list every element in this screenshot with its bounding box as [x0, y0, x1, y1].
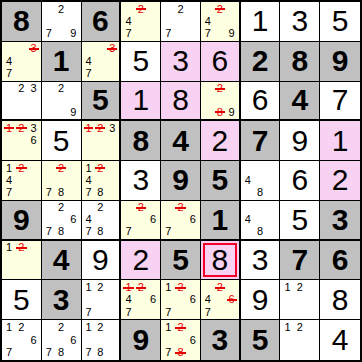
empty-mark-slot — [28, 162, 40, 174]
pencil-mark: 2 — [294, 281, 306, 293]
cell-r8c1[interactable]: 5 — [2, 280, 42, 320]
pencil-mark: 3 — [28, 122, 40, 134]
empty-mark-slot — [94, 306, 106, 318]
pencil-mark: 7 — [43, 28, 55, 40]
empty-mark-slot — [174, 15, 186, 27]
empty-mark-slot — [226, 94, 238, 106]
empty-mark-slot — [106, 135, 118, 147]
empty-mark-slot — [83, 294, 95, 306]
empty-mark-slot — [147, 226, 159, 238]
cell-r3c7[interactable]: 6 — [241, 82, 281, 122]
empty-mark-slot — [15, 135, 27, 147]
excluded-pencil-mark: 2 — [15, 242, 27, 254]
cell-r8c5[interactable]: 1267 — [161, 280, 201, 320]
empty-mark-slot — [306, 334, 318, 347]
pencil-mark: 8 — [55, 187, 67, 199]
empty-mark-slot — [28, 242, 40, 254]
cell-r8c4[interactable]: 12467 — [121, 280, 161, 320]
pencil-mark: 9 — [226, 106, 238, 118]
pencil-marks: 12 — [281, 321, 318, 359]
cell-r9c6[interactable]: 3 — [201, 320, 241, 360]
pencil-mark: 7 — [43, 187, 55, 199]
cell-r6c2[interactable]: 2678 — [42, 201, 82, 241]
pencil-mark: 8 — [55, 226, 67, 238]
pencil-mark: 7 — [162, 346, 174, 359]
cell-r8c3[interactable]: 127 — [82, 280, 122, 320]
cell-r2c3[interactable]: 347 — [82, 42, 122, 82]
empty-mark-slot — [15, 147, 27, 159]
pencil-mark: 4 — [3, 55, 15, 67]
pencil-mark: 6 — [67, 334, 79, 347]
cell-r2c7[interactable]: 2 — [241, 42, 281, 82]
empty-mark-slot — [106, 294, 118, 306]
empty-mark-slot — [28, 55, 40, 67]
cell-r1c8[interactable]: 3 — [280, 2, 320, 42]
empty-mark-slot — [28, 254, 40, 266]
empty-mark-slot — [43, 321, 55, 334]
cell-r5c1[interactable]: 1247 — [2, 161, 42, 201]
given-digit: 9 — [172, 165, 189, 195]
cell-r9c9[interactable]: 4 — [320, 320, 360, 360]
empty-mark-slot — [135, 294, 147, 306]
cell-r4c9[interactable]: 1 — [320, 121, 360, 161]
empty-mark-slot — [226, 306, 238, 318]
empty-mark-slot — [174, 294, 186, 306]
pencil-mark: 7 — [83, 67, 95, 79]
pencil-marks: 2678 — [43, 321, 80, 359]
empty-mark-slot — [28, 174, 40, 186]
empty-mark-slot — [187, 281, 199, 293]
pencil-mark: 2 — [94, 202, 106, 214]
given-digit: 7 — [291, 245, 308, 275]
empty-mark-slot — [3, 83, 15, 95]
empty-mark-slot — [94, 135, 106, 147]
excluded-pencil-mark: 2 — [214, 281, 226, 293]
given-digit: 1 — [53, 46, 70, 76]
empty-mark-slot — [266, 187, 278, 199]
cell-r2c9[interactable]: 9 — [320, 42, 360, 82]
cell-r2c8[interactable]: 8 — [280, 42, 320, 82]
empty-mark-slot — [162, 294, 174, 306]
empty-mark-slot — [254, 162, 266, 174]
pencil-mark: 1 — [3, 321, 15, 334]
empty-mark-slot — [174, 306, 186, 318]
empty-mark-slot — [94, 55, 106, 67]
cell-r2c6[interactable]: 6 — [201, 42, 241, 82]
pencil-mark: 4 — [83, 214, 95, 226]
given-digit: 3 — [211, 325, 228, 355]
pencil-mark: 7 — [162, 28, 174, 40]
excluded-pencil-mark: 1 — [83, 122, 95, 134]
pencil-mark: 4 — [242, 174, 254, 186]
empty-mark-slot — [202, 106, 214, 118]
empty-mark-slot — [15, 43, 27, 55]
cell-r5c5[interactable]: 9 — [161, 161, 201, 201]
pencil-mark: 7 — [122, 28, 134, 40]
solved-digit: 7 — [332, 85, 349, 115]
pencil-mark: 1 — [83, 321, 95, 334]
pencil-mark: 4 — [3, 174, 15, 186]
cell-r4c4[interactable]: 8 — [121, 121, 161, 161]
pencil-mark: 7 — [122, 226, 134, 238]
cell-r6c7[interactable]: 48 — [241, 201, 281, 241]
cell-r2c1[interactable]: 347 — [2, 42, 42, 82]
excluded-pencil-mark: 2 — [55, 162, 67, 174]
pencil-mark: 8 — [94, 226, 106, 238]
cell-r7c4[interactable]: 2 — [121, 241, 161, 281]
empty-mark-slot — [266, 214, 278, 226]
pencil-mark: 2 — [55, 83, 67, 95]
excluded-pencil-mark: 2 — [94, 162, 106, 174]
empty-mark-slot — [67, 3, 79, 15]
empty-mark-slot — [306, 281, 318, 293]
empty-mark-slot — [3, 43, 15, 55]
cell-r4c1[interactable]: 1236 — [2, 121, 42, 161]
pencil-mark: 7 — [202, 306, 214, 318]
given-digit: 3 — [332, 205, 349, 235]
solved-digit: 5 — [13, 285, 30, 315]
cell-r9c4[interactable]: 9 — [121, 320, 161, 360]
cell-r9c5[interactable]: 12678 — [161, 320, 201, 360]
empty-mark-slot — [67, 226, 79, 238]
cell-r1c3[interactable]: 6 — [82, 2, 122, 42]
excluded-pencil-mark: 6 — [226, 294, 238, 306]
pencil-mark: 6 — [147, 294, 159, 306]
cell-r6c4[interactable]: 267 — [121, 201, 161, 241]
cell-r7c9[interactable]: 6 — [320, 241, 360, 281]
excluded-pencil-mark: 8 — [214, 106, 226, 118]
empty-mark-slot — [135, 28, 147, 40]
empty-mark-slot — [106, 162, 118, 174]
cell-r8c9[interactable]: 8 — [320, 280, 360, 320]
empty-mark-slot — [15, 334, 27, 347]
empty-mark-slot — [147, 202, 159, 214]
pencil-mark: 1 — [3, 242, 15, 254]
pencil-marks: 12478 — [83, 162, 119, 199]
empty-mark-slot — [135, 15, 147, 27]
empty-mark-slot — [242, 202, 254, 214]
empty-mark-slot — [94, 294, 106, 306]
cell-r8c8[interactable]: 12 — [280, 280, 320, 320]
pencil-marks: 2479 — [202, 3, 238, 40]
pencil-mark: 6 — [67, 214, 79, 226]
excluded-pencil-mark: 8 — [174, 346, 186, 359]
empty-mark-slot — [106, 147, 118, 159]
cell-r3c3[interactable]: 5 — [82, 82, 122, 122]
empty-mark-slot — [174, 28, 186, 40]
given-digit: 4 — [291, 85, 308, 115]
pencil-mark: 2 — [15, 83, 27, 95]
empty-mark-slot — [106, 226, 118, 238]
empty-mark-slot — [226, 281, 238, 293]
pencil-mark: 7 — [83, 226, 95, 238]
empty-mark-slot — [226, 83, 238, 95]
empty-mark-slot — [214, 28, 226, 40]
given-digit: 8 — [13, 6, 30, 36]
empty-mark-slot — [94, 334, 106, 347]
empty-mark-slot — [162, 214, 174, 226]
empty-mark-slot — [3, 266, 15, 278]
cell-r7c6[interactable]: 8 — [201, 241, 241, 281]
empty-mark-slot — [294, 334, 306, 347]
pencil-marks: 1236 — [3, 122, 40, 159]
cell-r4c3[interactable]: 123 — [82, 121, 122, 161]
empty-mark-slot — [28, 187, 40, 199]
empty-mark-slot — [174, 334, 186, 347]
pencil-mark: 9 — [67, 106, 79, 118]
empty-mark-slot — [43, 174, 55, 186]
empty-mark-slot — [294, 346, 306, 359]
pencil-mark: 1 — [281, 281, 293, 293]
cell-r6c8[interactable]: 5 — [280, 201, 320, 241]
cell-r3c1[interactable]: 23 — [2, 82, 42, 122]
empty-mark-slot — [3, 135, 15, 147]
cell-r3c8[interactable]: 4 — [280, 82, 320, 122]
empty-mark-slot — [187, 346, 199, 359]
pencil-mark: 2 — [55, 202, 67, 214]
cell-r9c3[interactable]: 1278 — [82, 320, 122, 360]
excluded-pencil-mark: 2 — [174, 321, 186, 334]
pencil-mark: 6 — [187, 334, 199, 347]
solved-digit: 3 — [132, 165, 149, 195]
solved-digit: 5 — [53, 126, 70, 156]
empty-mark-slot — [83, 43, 95, 55]
cell-r4c5[interactable]: 4 — [161, 121, 201, 161]
empty-mark-slot — [15, 94, 27, 106]
solved-digit: 3 — [252, 245, 269, 275]
cell-r9c8[interactable]: 12 — [280, 320, 320, 360]
cell-r1c2[interactable]: 279 — [42, 2, 82, 42]
empty-mark-slot — [43, 94, 55, 106]
empty-mark-slot — [43, 83, 55, 95]
cell-r7c3[interactable]: 9 — [82, 241, 122, 281]
given-digit: 1 — [211, 205, 228, 235]
cell-r8c7[interactable]: 9 — [241, 280, 281, 320]
pencil-mark: 1 — [83, 162, 95, 174]
given-digit: 9 — [332, 46, 349, 76]
pencil-mark: 3 — [106, 122, 118, 134]
cell-r2c2[interactable]: 1 — [42, 42, 82, 82]
empty-mark-slot — [43, 3, 55, 15]
empty-mark-slot — [202, 94, 214, 106]
cell-r4c6[interactable]: 2 — [201, 121, 241, 161]
cell-r1c9[interactable]: 5 — [320, 2, 360, 42]
pencil-mark: 1 — [83, 281, 95, 293]
pencil-mark: 2 — [55, 3, 67, 15]
empty-mark-slot — [3, 334, 15, 347]
empty-mark-slot — [187, 15, 199, 27]
empty-mark-slot — [187, 3, 199, 15]
empty-mark-slot — [281, 334, 293, 347]
given-digit: 9 — [13, 205, 30, 235]
excluded-pencil-mark: 1 — [3, 122, 15, 134]
cell-r3c6[interactable]: 289 — [201, 82, 241, 122]
excluded-pencil-mark: 2 — [174, 281, 186, 293]
cell-r5c2[interactable]: 278 — [42, 161, 82, 201]
excluded-pencil-mark: 3 — [28, 43, 40, 55]
cell-r6c3[interactable]: 2478 — [82, 201, 122, 241]
cell-r7c5[interactable]: 5 — [161, 241, 201, 281]
cell-r9c7[interactable]: 5 — [241, 320, 281, 360]
empty-mark-slot — [306, 321, 318, 334]
cell-r5c9[interactable]: 2 — [320, 161, 360, 201]
pencil-mark: 7 — [162, 226, 174, 238]
cell-r9c1[interactable]: 1267 — [2, 320, 42, 360]
pencil-marks: 267 — [122, 202, 159, 238]
solved-digit: 1 — [132, 85, 149, 115]
pencil-mark: 7 — [3, 67, 15, 79]
empty-mark-slot — [43, 214, 55, 226]
cell-r3c2[interactable]: 29 — [42, 82, 82, 122]
cell-r2c4[interactable]: 5 — [121, 42, 161, 82]
cell-r5c4[interactable]: 3 — [121, 161, 161, 201]
empty-mark-slot — [67, 174, 79, 186]
empty-mark-slot — [162, 3, 174, 15]
pencil-mark: 2 — [55, 321, 67, 334]
empty-mark-slot — [106, 67, 118, 79]
solved-digit: 8 — [332, 285, 349, 315]
cell-r7c8[interactable]: 7 — [280, 241, 320, 281]
empty-mark-slot — [55, 15, 67, 27]
cell-r6c1[interactable]: 9 — [2, 201, 42, 241]
empty-mark-slot — [94, 174, 106, 186]
excluded-pencil-mark: 2 — [214, 3, 226, 15]
cell-r9c2[interactable]: 2678 — [42, 320, 82, 360]
empty-mark-slot — [43, 106, 55, 118]
given-digit: 6 — [332, 245, 349, 275]
solved-digit: 3 — [172, 46, 189, 76]
empty-mark-slot — [3, 147, 15, 159]
pencil-mark: 7 — [3, 187, 15, 199]
pencil-marks: 23 — [3, 83, 40, 119]
empty-mark-slot — [106, 174, 118, 186]
excluded-pencil-mark: 1 — [122, 281, 134, 293]
pencil-mark: 7 — [83, 187, 95, 199]
pencil-marks: 127 — [83, 281, 119, 318]
solved-digit: 6 — [211, 46, 228, 76]
empty-mark-slot — [266, 162, 278, 174]
pencil-mark: 4 — [122, 15, 134, 27]
solved-digit: 6 — [291, 165, 308, 195]
empty-mark-slot — [15, 55, 27, 67]
empty-mark-slot — [55, 214, 67, 226]
cell-r8c2[interactable]: 3 — [42, 280, 82, 320]
empty-mark-slot — [28, 266, 40, 278]
pencil-mark: 9 — [226, 28, 238, 40]
empty-mark-slot — [202, 3, 214, 15]
pencil-mark: 6 — [28, 135, 40, 147]
cell-r7c2[interactable]: 4 — [42, 241, 82, 281]
empty-mark-slot — [28, 147, 40, 159]
cell-r3c5[interactable]: 8 — [161, 82, 201, 122]
pencil-mark: 1 — [281, 321, 293, 334]
cell-r1c6[interactable]: 2479 — [201, 2, 241, 42]
cell-r6c9[interactable]: 3 — [320, 201, 360, 241]
pencil-mark: 8 — [94, 187, 106, 199]
empty-mark-slot — [28, 346, 40, 359]
pencil-mark: 4 — [83, 174, 95, 186]
empty-mark-slot — [135, 226, 147, 238]
empty-mark-slot — [15, 174, 27, 186]
empty-mark-slot — [94, 43, 106, 55]
empty-mark-slot — [122, 214, 134, 226]
pencil-marks: 12467 — [122, 281, 159, 318]
cell-r5c7[interactable]: 48 — [241, 161, 281, 201]
cell-r5c6[interactable]: 5 — [201, 161, 241, 201]
pencil-mark: 4 — [242, 214, 254, 226]
cell-r1c7[interactable]: 1 — [241, 2, 281, 42]
empty-mark-slot — [83, 135, 95, 147]
pencil-marks: 2678 — [43, 202, 80, 238]
empty-mark-slot — [187, 28, 199, 40]
empty-mark-slot — [226, 3, 238, 15]
pencil-marks: 1278 — [83, 321, 119, 359]
empty-mark-slot — [83, 147, 95, 159]
cell-r3c4[interactable]: 1 — [121, 82, 161, 122]
empty-mark-slot — [254, 202, 266, 214]
cell-r4c8[interactable]: 9 — [280, 121, 320, 161]
excluded-pencil-mark: 2 — [135, 281, 147, 293]
pencil-mark: 7 — [3, 346, 15, 359]
empty-mark-slot — [67, 202, 79, 214]
empty-mark-slot — [43, 15, 55, 27]
empty-mark-slot — [147, 28, 159, 40]
empty-mark-slot — [67, 187, 79, 199]
empty-mark-slot — [187, 321, 199, 334]
empty-mark-slot — [254, 214, 266, 226]
empty-mark-slot — [106, 187, 118, 199]
cell-r2c5[interactable]: 3 — [161, 42, 201, 82]
pencil-marks: 48 — [242, 162, 279, 199]
empty-mark-slot — [202, 281, 214, 293]
pencil-marks: 278 — [43, 162, 80, 199]
cell-r4c7[interactable]: 7 — [241, 121, 281, 161]
pencil-marks: 123 — [83, 122, 119, 159]
cell-r1c1[interactable]: 8 — [2, 2, 42, 42]
empty-mark-slot — [83, 334, 95, 347]
cell-r1c5[interactable]: 27 — [161, 2, 201, 42]
cell-r1c4[interactable]: 247 — [121, 2, 161, 42]
excluded-pencil-mark: 2 — [15, 162, 27, 174]
given-digit: 5 — [252, 325, 269, 355]
solved-digit: 1 — [332, 126, 349, 156]
given-digit: 5 — [172, 245, 189, 275]
cell-r3c9[interactable]: 7 — [320, 82, 360, 122]
empty-mark-slot — [106, 202, 118, 214]
pencil-mark: 6 — [28, 334, 40, 347]
empty-mark-slot — [242, 226, 254, 238]
cell-r7c7[interactable]: 3 — [241, 241, 281, 281]
cell-r7c1[interactable]: 12 — [2, 241, 42, 281]
cell-r5c3[interactable]: 12478 — [82, 161, 122, 201]
empty-mark-slot — [67, 346, 79, 359]
empty-mark-slot — [67, 94, 79, 106]
empty-mark-slot — [294, 306, 306, 318]
cell-r4c2[interactable]: 5 — [42, 121, 82, 161]
empty-mark-slot — [106, 281, 118, 293]
given-digit: 8 — [291, 46, 308, 76]
empty-mark-slot — [281, 294, 293, 306]
cell-r8c6[interactable]: 2467 — [201, 280, 241, 320]
cell-r6c6[interactable]: 1 — [201, 201, 241, 241]
solved-digit: 9 — [92, 245, 109, 275]
empty-mark-slot — [106, 306, 118, 318]
cell-r6c5[interactable]: 267 — [161, 201, 201, 241]
pencil-mark: 4 — [122, 294, 134, 306]
empty-mark-slot — [306, 306, 318, 318]
cell-r5c8[interactable]: 6 — [280, 161, 320, 201]
empty-mark-slot — [266, 226, 278, 238]
